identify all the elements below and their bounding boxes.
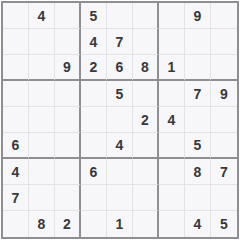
cell-r4c4[interactable] bbox=[81, 81, 107, 107]
cell-r4c9[interactable]: 9 bbox=[211, 81, 237, 107]
cell-r8c8[interactable] bbox=[185, 185, 211, 211]
sudoku-board: 4594792681579246454687782145 bbox=[1, 1, 239, 239]
cell-r7c8[interactable]: 8 bbox=[185, 159, 211, 185]
cell-r3c5[interactable]: 6 bbox=[107, 55, 133, 81]
cell-r1c9[interactable] bbox=[211, 3, 237, 29]
cell-r9c8[interactable]: 4 bbox=[185, 211, 211, 237]
cell-r3c9[interactable] bbox=[211, 55, 237, 81]
cell-r5c7[interactable]: 4 bbox=[159, 107, 185, 133]
cell-r3c1[interactable] bbox=[3, 55, 29, 81]
cell-r2c3[interactable] bbox=[55, 29, 81, 55]
cell-r3c7[interactable]: 1 bbox=[159, 55, 185, 81]
cell-r8c5[interactable] bbox=[107, 185, 133, 211]
cell-r7c4[interactable]: 6 bbox=[81, 159, 107, 185]
cell-r4c7[interactable] bbox=[159, 81, 185, 107]
cell-r4c3[interactable] bbox=[55, 81, 81, 107]
cell-r4c1[interactable] bbox=[3, 81, 29, 107]
cell-r1c2[interactable]: 4 bbox=[29, 3, 55, 29]
cell-r9c9[interactable]: 5 bbox=[211, 211, 237, 237]
cell-r5c4[interactable] bbox=[81, 107, 107, 133]
cell-r1c4[interactable]: 5 bbox=[81, 3, 107, 29]
cell-r7c3[interactable] bbox=[55, 159, 81, 185]
cell-r2c9[interactable] bbox=[211, 29, 237, 55]
cell-r5c8[interactable] bbox=[185, 107, 211, 133]
cell-r8c6[interactable] bbox=[133, 185, 159, 211]
cell-r5c3[interactable] bbox=[55, 107, 81, 133]
cell-r7c7[interactable] bbox=[159, 159, 185, 185]
cell-r8c4[interactable] bbox=[81, 185, 107, 211]
cell-r4c5[interactable]: 5 bbox=[107, 81, 133, 107]
cell-r6c5[interactable]: 4 bbox=[107, 133, 133, 159]
cell-r9c5[interactable]: 1 bbox=[107, 211, 133, 237]
cell-r1c1[interactable] bbox=[3, 3, 29, 29]
cell-r1c8[interactable]: 9 bbox=[185, 3, 211, 29]
cell-r7c1[interactable]: 4 bbox=[3, 159, 29, 185]
cell-r5c9[interactable] bbox=[211, 107, 237, 133]
cell-r2c8[interactable] bbox=[185, 29, 211, 55]
cell-r7c2[interactable] bbox=[29, 159, 55, 185]
cell-r6c9[interactable] bbox=[211, 133, 237, 159]
cell-r9c1[interactable] bbox=[3, 211, 29, 237]
cell-r8c2[interactable] bbox=[29, 185, 55, 211]
cell-r5c2[interactable] bbox=[29, 107, 55, 133]
cell-r2c1[interactable] bbox=[3, 29, 29, 55]
cell-r4c8[interactable]: 7 bbox=[185, 81, 211, 107]
cell-r8c3[interactable] bbox=[55, 185, 81, 211]
cell-r8c1[interactable]: 7 bbox=[3, 185, 29, 211]
cell-r4c6[interactable] bbox=[133, 81, 159, 107]
cell-r6c1[interactable]: 6 bbox=[3, 133, 29, 159]
cell-r5c6[interactable]: 2 bbox=[133, 107, 159, 133]
cell-r6c4[interactable] bbox=[81, 133, 107, 159]
cell-r5c1[interactable] bbox=[3, 107, 29, 133]
cell-r2c2[interactable] bbox=[29, 29, 55, 55]
cell-r8c7[interactable] bbox=[159, 185, 185, 211]
sudoku-board-container: 4594792681579246454687782145 bbox=[0, 0, 240, 240]
cell-r6c2[interactable] bbox=[29, 133, 55, 159]
cell-r3c4[interactable]: 2 bbox=[81, 55, 107, 81]
cell-r6c8[interactable]: 5 bbox=[185, 133, 211, 159]
cell-r6c6[interactable] bbox=[133, 133, 159, 159]
cell-r1c7[interactable] bbox=[159, 3, 185, 29]
cell-r7c6[interactable] bbox=[133, 159, 159, 185]
cell-r1c6[interactable] bbox=[133, 3, 159, 29]
cell-r9c3[interactable]: 2 bbox=[55, 211, 81, 237]
cell-r2c5[interactable]: 7 bbox=[107, 29, 133, 55]
cell-r7c9[interactable]: 7 bbox=[211, 159, 237, 185]
cell-r9c2[interactable]: 8 bbox=[29, 211, 55, 237]
cell-r2c6[interactable] bbox=[133, 29, 159, 55]
cell-r3c2[interactable] bbox=[29, 55, 55, 81]
cell-r8c9[interactable] bbox=[211, 185, 237, 211]
cell-r1c5[interactable] bbox=[107, 3, 133, 29]
cell-r1c3[interactable] bbox=[55, 3, 81, 29]
cell-r3c8[interactable] bbox=[185, 55, 211, 81]
cell-r9c7[interactable] bbox=[159, 211, 185, 237]
cell-r9c6[interactable] bbox=[133, 211, 159, 237]
cell-r5c5[interactable] bbox=[107, 107, 133, 133]
cell-r6c3[interactable] bbox=[55, 133, 81, 159]
cell-r7c5[interactable] bbox=[107, 159, 133, 185]
cell-r6c7[interactable] bbox=[159, 133, 185, 159]
cell-r9c4[interactable] bbox=[81, 211, 107, 237]
cell-r3c3[interactable]: 9 bbox=[55, 55, 81, 81]
cell-r2c4[interactable]: 4 bbox=[81, 29, 107, 55]
cell-r3c6[interactable]: 8 bbox=[133, 55, 159, 81]
cell-r2c7[interactable] bbox=[159, 29, 185, 55]
cell-r4c2[interactable] bbox=[29, 81, 55, 107]
